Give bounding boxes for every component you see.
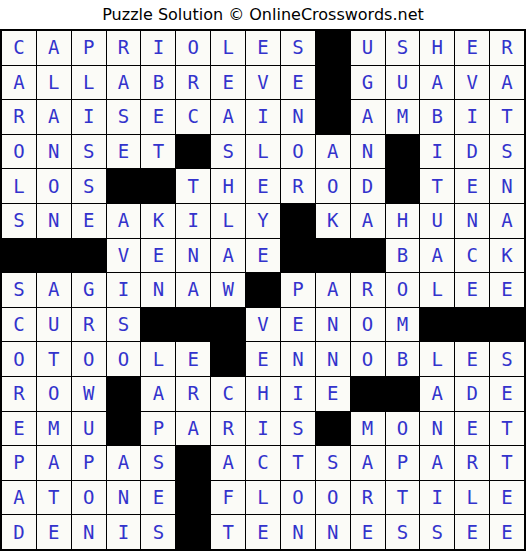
letter-cell: I [455,100,489,134]
letter-cell: H [420,31,454,65]
letter-cell: O [351,308,385,342]
letter-cell: E [281,66,315,100]
letter-cell: E [246,31,280,65]
letter-cell: A [107,446,141,480]
letter-cell: L [420,273,454,307]
letter-cell: S [490,342,524,376]
letter-cell: A [316,135,350,169]
black-cell [490,308,524,342]
letter-cell: E [246,169,280,203]
letter-cell: E [455,412,489,446]
letter-cell: I [246,100,280,134]
letter-cell: A [211,446,245,480]
letter-cell: A [37,31,71,65]
black-cell [211,342,245,376]
letter-cell: Y [246,204,280,238]
letter-cell: L [211,204,245,238]
letter-cell: I [107,515,141,549]
puzzle-solution-page: Puzzle Solution © OnlineCrosswords.net C… [0,0,526,551]
letter-cell: R [176,66,210,100]
letter-cell: D [2,515,36,549]
letter-cell: S [316,446,350,480]
letter-cell: V [107,239,141,273]
letter-cell: N [351,135,385,169]
letter-cell: S [386,31,420,65]
letter-cell: H [386,204,420,238]
letter-cell: I [107,273,141,307]
letter-cell: A [490,204,524,238]
letter-cell: N [37,204,71,238]
letter-cell: P [141,412,175,446]
letter-cell: T [37,342,71,376]
letter-cell: E [107,135,141,169]
letter-cell: T [141,135,175,169]
letter-cell: E [141,100,175,134]
black-cell [141,308,175,342]
letter-cell: L [141,342,175,376]
letter-cell: B [420,100,454,134]
letter-cell: W [211,273,245,307]
letter-cell: O [72,342,106,376]
black-cell [281,204,315,238]
black-cell [316,412,350,446]
black-cell [316,239,350,273]
letter-cell: O [37,169,71,203]
black-cell [316,100,350,134]
letter-cell: N [455,204,489,238]
letter-cell: B [386,239,420,273]
letter-cell: M [386,308,420,342]
letter-cell: I [176,204,210,238]
letter-cell: F [211,481,245,515]
letter-cell: P [72,31,106,65]
black-cell [72,239,106,273]
letter-cell: S [281,412,315,446]
black-cell [176,308,210,342]
letter-cell: U [386,66,420,100]
letter-cell: S [107,308,141,342]
letter-cell: S [490,135,524,169]
letter-cell: E [2,412,36,446]
letter-cell: P [281,273,315,307]
black-cell [2,239,36,273]
letter-cell: A [490,66,524,100]
letter-cell: N [420,412,454,446]
letter-cell: E [490,481,524,515]
black-cell [176,515,210,549]
letter-cell: E [281,308,315,342]
letter-cell: N [281,342,315,376]
letter-cell: E [246,515,280,549]
letter-cell: V [246,66,280,100]
page-title: Puzzle Solution © OnlineCrosswords.net [0,0,526,29]
letter-cell: D [455,377,489,411]
letter-cell: O [351,342,385,376]
black-cell [37,239,71,273]
letter-cell: T [386,481,420,515]
letter-cell: N [107,481,141,515]
letter-cell: E [141,481,175,515]
letter-cell: M [386,100,420,134]
letter-cell: M [37,412,71,446]
letter-cell: N [281,100,315,134]
black-cell [316,66,350,100]
letter-cell: N [72,515,106,549]
letter-cell: T [37,481,71,515]
letter-cell: A [37,273,71,307]
letter-cell: I [281,377,315,411]
black-cell [211,308,245,342]
letter-cell: A [420,66,454,100]
letter-cell: A [420,446,454,480]
letter-cell: P [386,446,420,480]
letter-cell: E [246,239,280,273]
letter-cell: T [490,100,524,134]
letter-cell: E [351,515,385,549]
letter-cell: R [211,412,245,446]
letter-cell: S [2,273,36,307]
black-cell [107,169,141,203]
black-cell [386,135,420,169]
letter-cell: K [141,204,175,238]
black-cell [351,377,385,411]
letter-cell: U [351,31,385,65]
letter-cell: K [490,239,524,273]
letter-cell: N [37,135,71,169]
letter-cell: B [141,66,175,100]
letter-cell: A [176,412,210,446]
letter-cell: T [490,446,524,480]
letter-cell: S [141,515,175,549]
letter-cell: N [281,515,315,549]
letter-cell: S [420,515,454,549]
letter-cell: B [386,342,420,376]
letter-cell: O [316,481,350,515]
letter-cell: O [316,169,350,203]
letter-cell: A [37,446,71,480]
letter-cell: N [316,515,350,549]
letter-cell: A [211,239,245,273]
letter-cell: R [2,377,36,411]
letter-cell: A [351,446,385,480]
letter-cell: K [316,204,350,238]
letter-cell: C [2,31,36,65]
letter-cell: S [211,135,245,169]
letter-cell: O [386,273,420,307]
letter-cell: W [72,377,106,411]
letter-cell: L [37,66,71,100]
letter-cell: D [351,169,385,203]
letter-cell: T [420,169,454,203]
letter-cell: N [141,273,175,307]
letter-cell: A [316,273,350,307]
letter-cell: E [455,31,489,65]
letter-cell: U [37,308,71,342]
letter-cell: R [72,308,106,342]
letter-cell: R [176,377,210,411]
letter-cell: O [107,342,141,376]
letter-cell: O [2,342,36,376]
letter-cell: V [455,66,489,100]
letter-cell: C [211,377,245,411]
letter-cell: P [2,446,36,480]
letter-cell: A [211,100,245,134]
letter-cell: A [141,377,175,411]
black-cell [176,135,210,169]
letter-cell: E [211,66,245,100]
letter-cell: N [176,239,210,273]
letter-cell: C [2,308,36,342]
letter-cell: O [281,135,315,169]
letter-cell: T [211,515,245,549]
letter-cell: S [2,204,36,238]
letter-cell: T [176,169,210,203]
letter-cell: A [37,100,71,134]
black-cell [351,239,385,273]
black-cell [141,169,175,203]
letter-cell: E [37,515,71,549]
letter-cell: S [281,31,315,65]
letter-cell: O [386,412,420,446]
black-cell [386,169,420,203]
letter-cell: A [351,100,385,134]
letter-cell: R [351,273,385,307]
letter-cell: E [490,273,524,307]
letter-cell: R [455,446,489,480]
black-cell [107,412,141,446]
letter-cell: P [72,446,106,480]
letter-cell: O [281,481,315,515]
black-cell [316,31,350,65]
letter-cell: L [72,66,106,100]
letter-cell: A [420,239,454,273]
letter-cell: C [246,446,280,480]
letter-cell: U [72,412,106,446]
letter-cell: L [420,342,454,376]
letter-cell: A [351,204,385,238]
letter-cell: O [2,135,36,169]
black-cell [455,308,489,342]
letter-cell: L [455,481,489,515]
letter-cell: R [2,100,36,134]
letter-cell: G [351,66,385,100]
letter-cell: R [107,31,141,65]
letter-cell: E [490,515,524,549]
letter-cell: E [455,169,489,203]
letter-cell: R [281,169,315,203]
letter-cell: N [490,169,524,203]
letter-cell: S [386,515,420,549]
letter-cell: O [72,481,106,515]
letter-cell: E [176,342,210,376]
black-cell [281,239,315,273]
black-cell [386,377,420,411]
black-cell [107,377,141,411]
letter-cell: E [72,204,106,238]
letter-cell: T [281,446,315,480]
letter-cell: R [490,31,524,65]
letter-cell: L [246,481,280,515]
letter-cell: A [420,377,454,411]
letter-cell: E [316,377,350,411]
letter-cell: E [455,273,489,307]
letter-cell: E [490,377,524,411]
black-cell [176,446,210,480]
letter-cell: N [316,342,350,376]
letter-cell: C [176,100,210,134]
letter-cell: E [246,342,280,376]
letter-cell: H [211,169,245,203]
letter-cell: A [107,204,141,238]
letter-cell: I [420,481,454,515]
letter-cell: I [72,100,106,134]
black-cell [176,481,210,515]
letter-cell: U [420,204,454,238]
letter-cell: O [37,377,71,411]
letter-cell: S [141,446,175,480]
letter-cell: E [455,342,489,376]
letter-cell: I [246,412,280,446]
letter-cell: L [211,31,245,65]
letter-cell: A [107,66,141,100]
letter-cell: G [72,273,106,307]
letter-cell: A [176,273,210,307]
letter-cell: M [351,412,385,446]
letter-cell: V [246,308,280,342]
letter-cell: O [176,31,210,65]
black-cell [246,273,280,307]
letter-cell: E [455,515,489,549]
letter-cell: N [316,308,350,342]
letter-cell: E [141,239,175,273]
letter-cell: S [72,169,106,203]
letter-cell: A [2,481,36,515]
letter-cell: S [107,100,141,134]
black-cell [420,308,454,342]
letter-cell: R [351,481,385,515]
letter-cell: I [141,31,175,65]
letter-cell: C [455,239,489,273]
letter-cell: S [72,135,106,169]
letter-cell: I [420,135,454,169]
letter-cell: H [246,377,280,411]
letter-cell: L [2,169,36,203]
letter-cell: D [455,135,489,169]
crossword-grid: CAPRIOLESUSHERALLABREVEGUAVARAISECAINAMB… [0,29,526,551]
letter-cell: L [246,135,280,169]
letter-cell: T [490,412,524,446]
letter-cell: A [2,66,36,100]
